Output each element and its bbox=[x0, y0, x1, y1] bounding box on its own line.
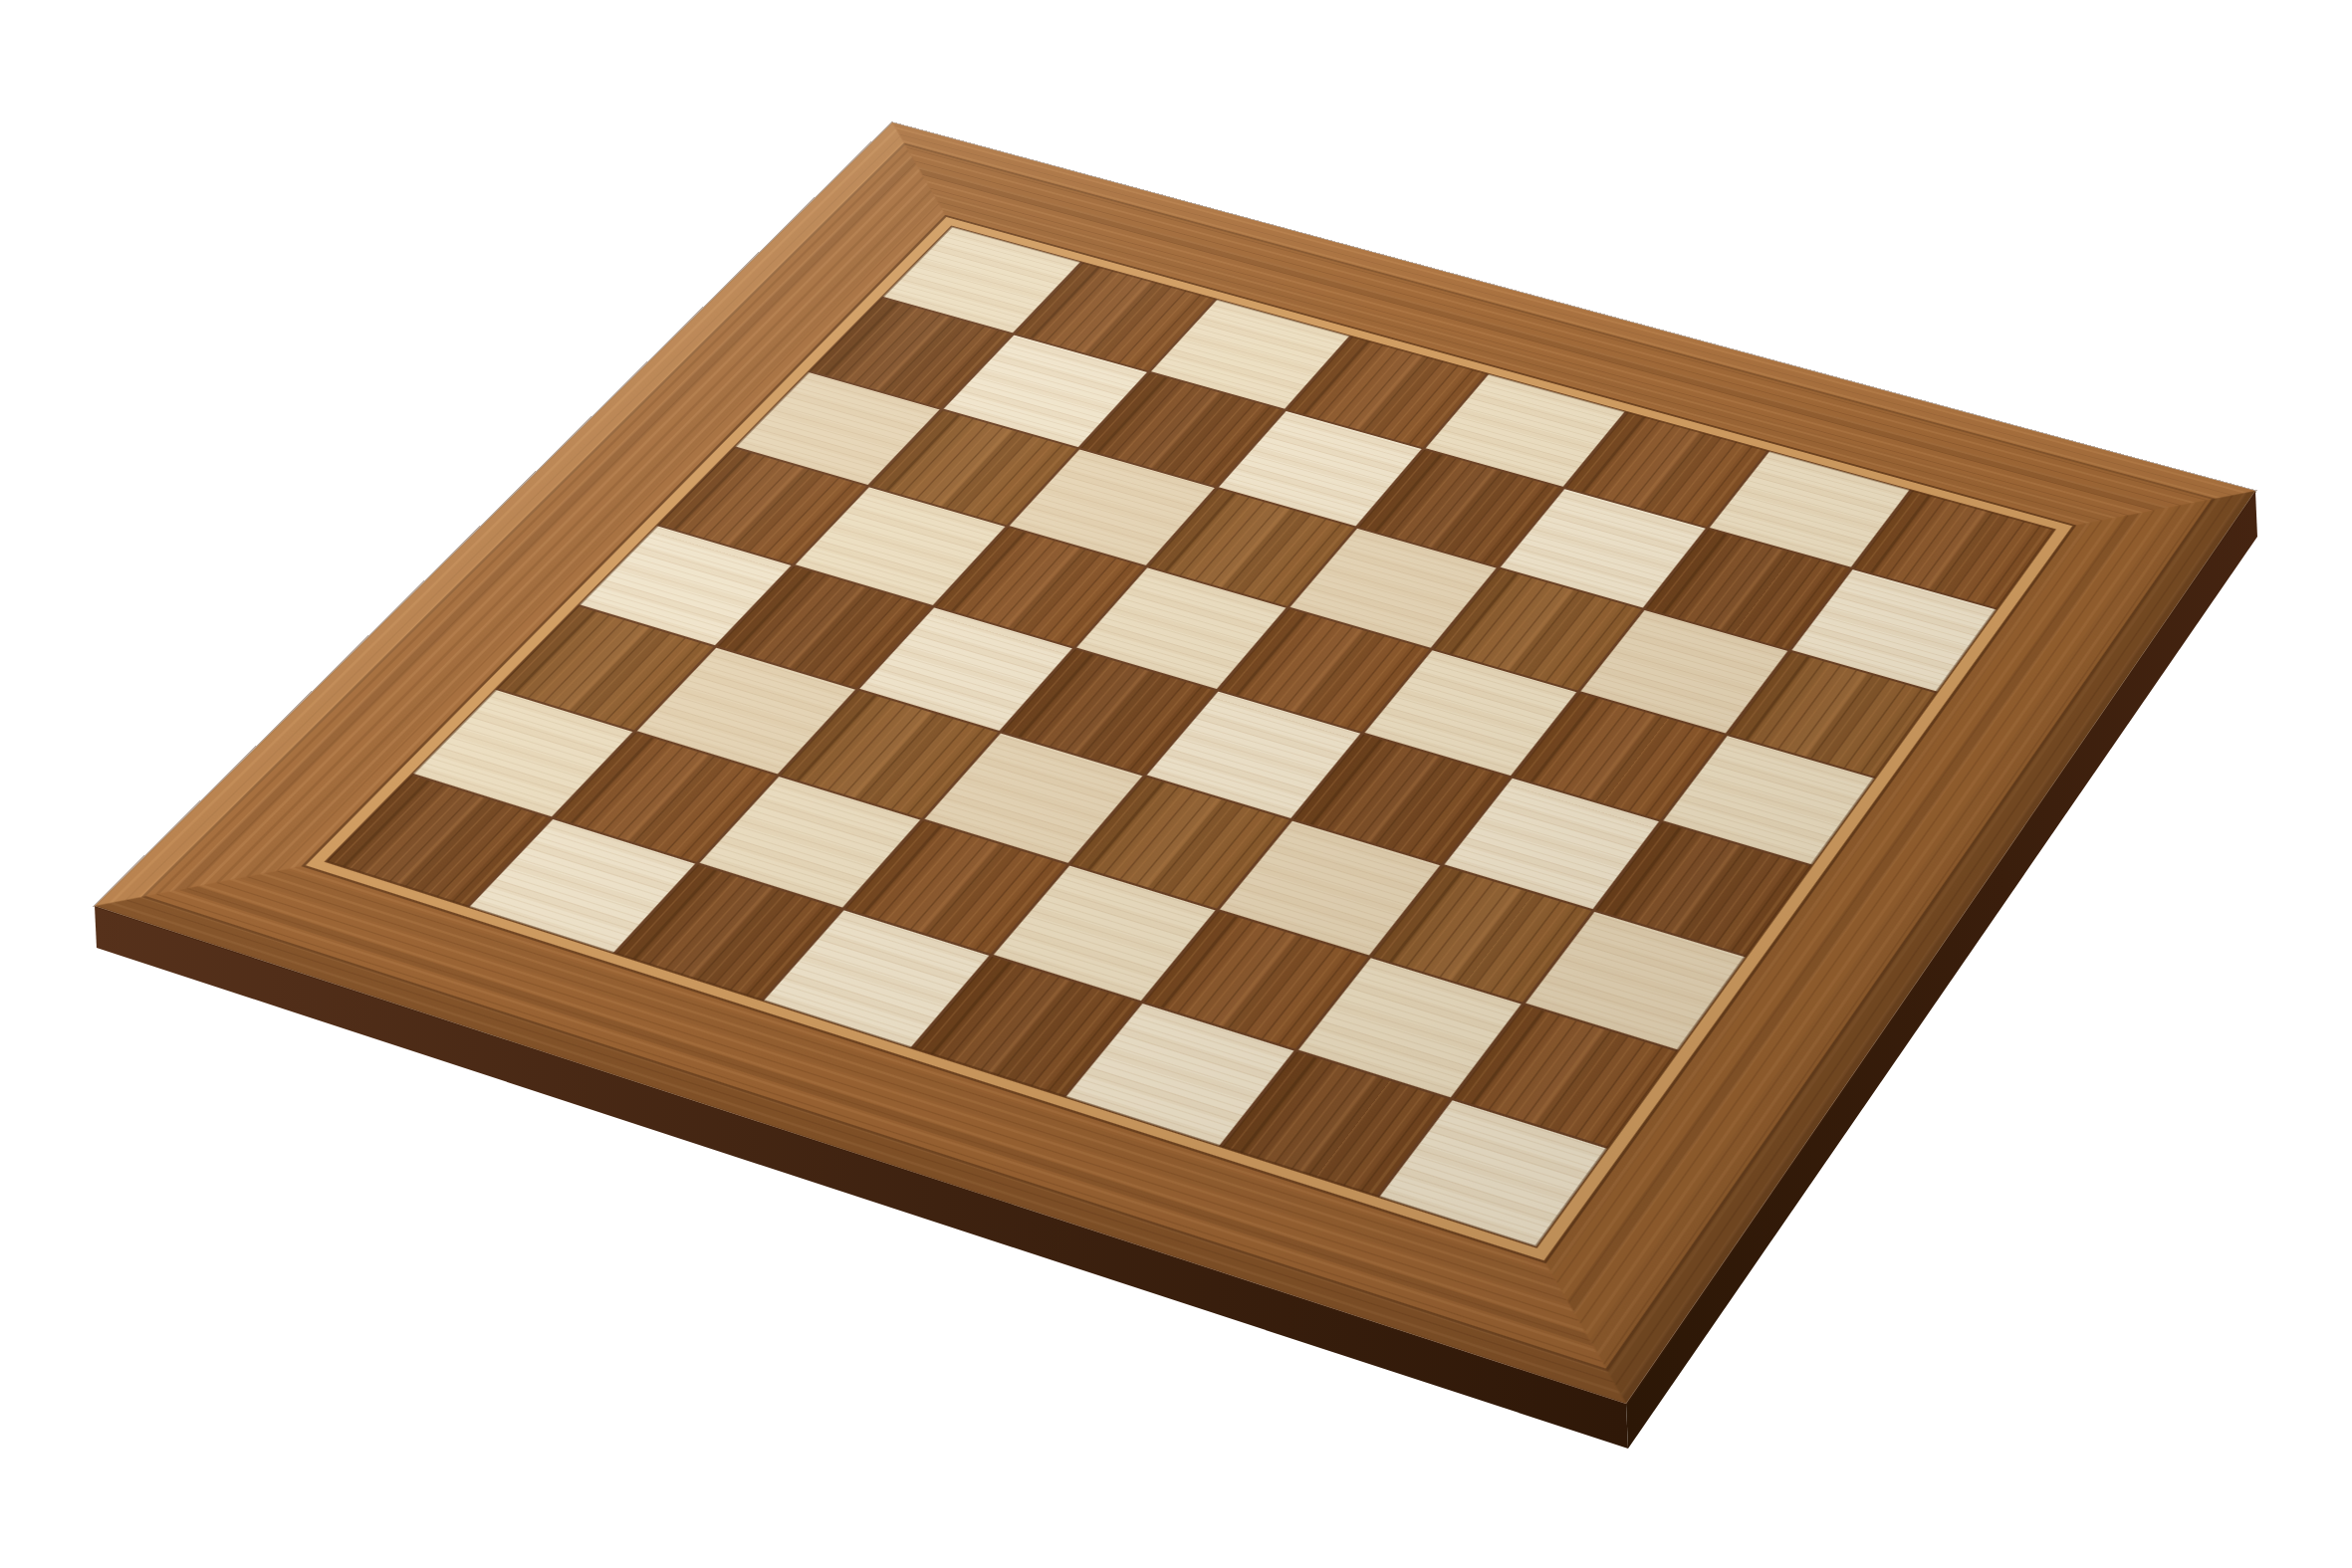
product-photo-stage bbox=[0, 0, 2352, 1568]
